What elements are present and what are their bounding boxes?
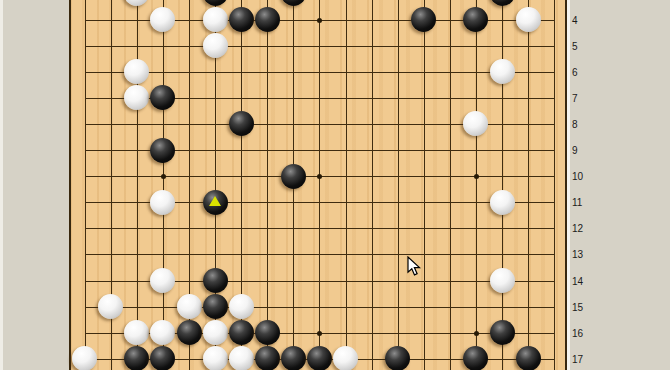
grid-line-col-16: [476, 0, 477, 370]
grid-line-col-3: [137, 0, 138, 370]
row-label-17: 17: [572, 354, 590, 365]
last-move-triangle-marker: [209, 196, 221, 206]
black-stone: [281, 346, 306, 370]
black-stone: [490, 320, 515, 345]
black-stone: [255, 320, 280, 345]
black-stone: [229, 7, 254, 32]
grid-line-col-19: [554, 0, 555, 370]
coordinate-strip-separator: [567, 0, 570, 370]
app-window: 4567891011121314151617: [0, 0, 670, 370]
black-stone: [385, 346, 410, 370]
black-stone: [463, 346, 488, 370]
star-point-16-16: [474, 331, 479, 336]
grid-line-row-6: [85, 72, 555, 73]
row-label-13: 13: [572, 249, 590, 260]
white-stone: [203, 7, 228, 32]
grid-line-row-13: [85, 254, 555, 255]
go-board[interactable]: [70, 0, 566, 370]
white-stone: [177, 294, 202, 319]
grid-line-col-1: [85, 0, 86, 370]
black-stone: [516, 346, 541, 370]
row-label-14: 14: [572, 276, 590, 287]
white-stone: [490, 190, 515, 215]
black-stone: [203, 294, 228, 319]
white-stone: [229, 294, 254, 319]
grid-line-col-4: [163, 0, 164, 370]
grid-line-row-12: [85, 228, 555, 229]
row-label-12: 12: [572, 223, 590, 234]
row-label-9: 9: [572, 145, 590, 156]
grid-line-col-13: [398, 0, 399, 370]
white-stone: [490, 268, 515, 293]
row-label-6: 6: [572, 67, 590, 78]
row-label-10: 10: [572, 171, 590, 182]
row-label-15: 15: [572, 302, 590, 313]
window-left-edge: [0, 0, 3, 370]
grid-line-col-15: [450, 0, 451, 370]
row-label-4: 4: [572, 15, 590, 26]
black-stone: [150, 346, 175, 370]
black-stone: [177, 320, 202, 345]
grid-line-col-18: [528, 0, 529, 370]
black-stone: [124, 346, 149, 370]
row-label-11: 11: [572, 197, 590, 208]
white-stone: [333, 346, 358, 370]
black-stone: [255, 7, 280, 32]
grid-line-row-5: [85, 46, 555, 47]
grid-line-col-12: [372, 0, 373, 370]
black-stone: [229, 111, 254, 136]
grid-line-col-14: [424, 0, 425, 370]
white-stone: [203, 33, 228, 58]
white-stone: [229, 346, 254, 370]
row-label-5: 5: [572, 41, 590, 52]
white-stone: [72, 346, 97, 370]
grid-line-row-15: [85, 307, 555, 308]
white-stone: [490, 59, 515, 84]
black-stone: [229, 320, 254, 345]
grid-line-col-17: [502, 0, 503, 370]
black-stone: [281, 164, 306, 189]
row-label-8: 8: [572, 119, 590, 130]
grid-line-col-11: [346, 0, 347, 370]
black-stone: [307, 346, 332, 370]
grid-line-col-10: [319, 0, 320, 370]
mouse-cursor-icon: [407, 256, 422, 278]
grid-line-col-8: [267, 0, 268, 370]
black-stone: [203, 268, 228, 293]
black-stone: [255, 346, 280, 370]
black-stone: [150, 138, 175, 163]
row-label-7: 7: [572, 93, 590, 104]
row-label-16: 16: [572, 328, 590, 339]
white-stone: [203, 346, 228, 370]
white-stone: [203, 320, 228, 345]
white-stone: [516, 7, 541, 32]
board-left-edge: [69, 0, 71, 370]
